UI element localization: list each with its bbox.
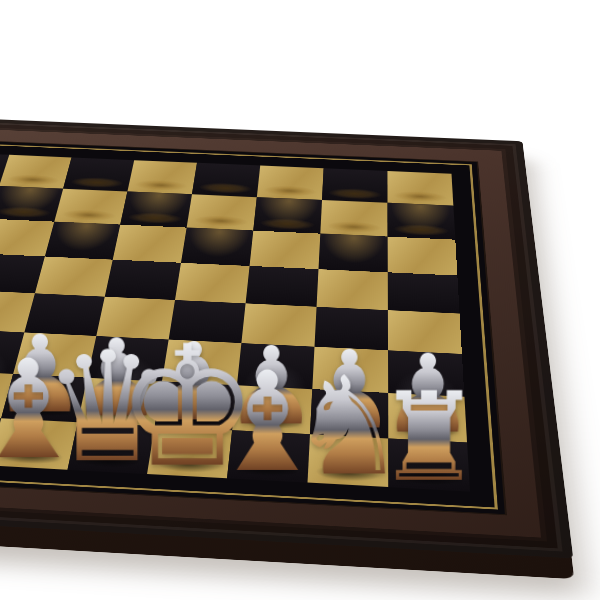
piece-shadow bbox=[260, 217, 315, 230]
square-f1: ♝ bbox=[227, 430, 310, 482]
square-e7: ♟ bbox=[187, 194, 257, 230]
square-h1: ♜ bbox=[388, 438, 470, 491]
square-h5 bbox=[388, 272, 460, 313]
piece-shadow bbox=[0, 206, 52, 219]
product-photo-scene: ♜♞♝♚♛♝♞♜♟♟♟♟♟♟♟♟♟♟♟♟♟♟♟♟♜♞♝♛♚♝♞♜ bbox=[0, 0, 600, 600]
square-c6 bbox=[45, 222, 120, 260]
piece-shadow bbox=[198, 182, 252, 194]
square-e1: ♚ bbox=[147, 426, 232, 478]
piece-shadow bbox=[317, 417, 381, 435]
square-f8: ♝ bbox=[257, 165, 324, 200]
board-grid: ♜♞♝♚♛♝♞♜♟♟♟♟♟♟♟♟♟♟♟♟♟♟♟♟♜♞♝♛♚♝♞♜ bbox=[0, 152, 470, 491]
square-e4 bbox=[169, 300, 246, 343]
piece-shadow bbox=[193, 214, 248, 227]
piece-shadow bbox=[155, 455, 222, 474]
piece-shadow bbox=[134, 179, 188, 191]
square-b7: ♟ bbox=[0, 186, 63, 222]
square-g4 bbox=[315, 307, 389, 351]
square-c1: ♝ bbox=[0, 418, 78, 469]
piece-shadow bbox=[6, 174, 61, 186]
piece-shadow bbox=[86, 405, 151, 423]
piece-shadow bbox=[263, 185, 317, 197]
square-h7: ♟ bbox=[388, 203, 456, 240]
square-c2: ♟ bbox=[1, 374, 87, 422]
chess-board: ♜♞♝♚♛♝♞♜♟♟♟♟♟♟♟♟♟♟♟♟♟♟♟♟♜♞♝♛♚♝♞♜ bbox=[0, 115, 573, 559]
square-e3 bbox=[162, 340, 241, 386]
piece-shadow bbox=[76, 451, 143, 470]
piece-shadow bbox=[162, 409, 227, 427]
piece-shadow bbox=[328, 188, 381, 201]
piece-shadow bbox=[396, 468, 462, 487]
square-c7: ♟ bbox=[54, 189, 127, 225]
square-g7: ♟ bbox=[320, 200, 387, 237]
square-h4 bbox=[388, 310, 462, 354]
piece-shadow bbox=[235, 459, 301, 478]
square-b3 bbox=[0, 329, 24, 374]
piece-shadow bbox=[327, 220, 382, 233]
square-f5 bbox=[246, 266, 319, 307]
square-g1: ♞ bbox=[308, 434, 389, 487]
piece-shadow bbox=[0, 447, 64, 466]
square-d1: ♛ bbox=[68, 422, 155, 474]
square-g8: ♞ bbox=[322, 168, 387, 203]
